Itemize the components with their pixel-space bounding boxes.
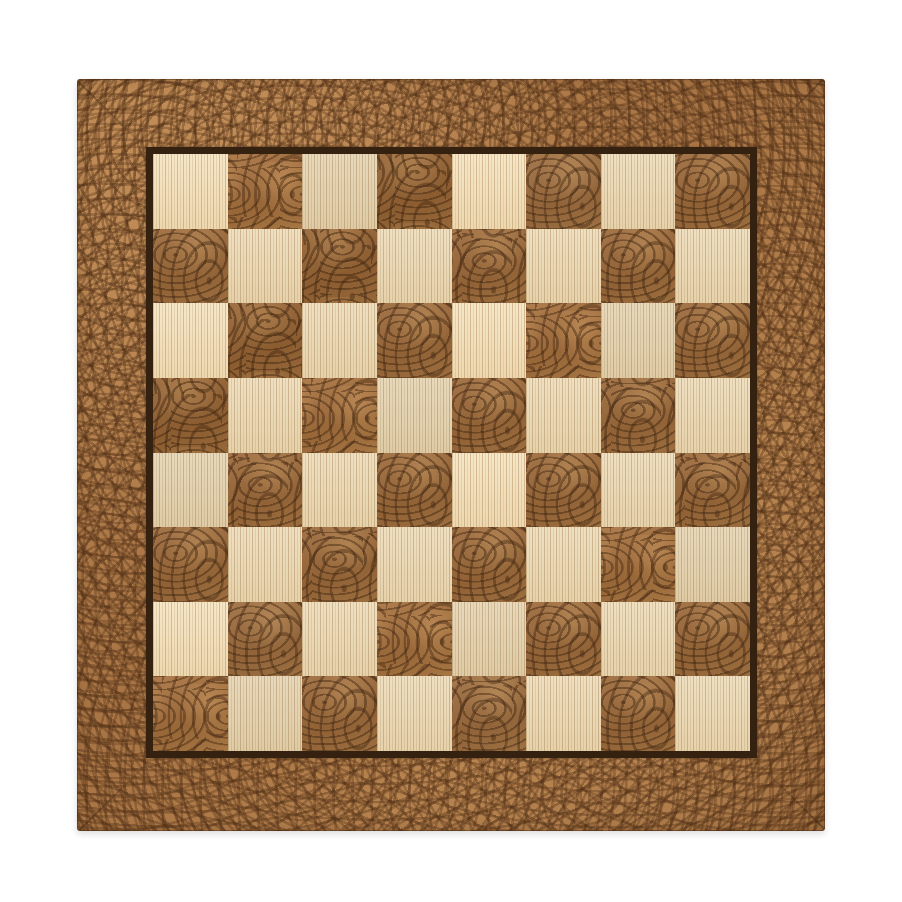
square-d8[interactable] (377, 154, 452, 229)
square-d3[interactable] (377, 527, 452, 602)
square-h4[interactable] (675, 453, 750, 528)
square-g1[interactable] (601, 676, 676, 751)
square-h2[interactable] (675, 602, 750, 677)
frame-mitre-seam (79, 760, 150, 830)
square-c7[interactable] (302, 229, 377, 304)
square-e8[interactable] (452, 154, 527, 229)
square-g2[interactable] (601, 602, 676, 677)
square-b2[interactable] (228, 602, 303, 677)
square-g6[interactable] (601, 303, 676, 378)
square-c1[interactable] (302, 676, 377, 751)
frame-mitre-seam (753, 759, 824, 829)
square-d7[interactable] (377, 229, 452, 304)
square-a5[interactable] (153, 378, 228, 453)
square-h5[interactable] (675, 378, 750, 453)
square-g4[interactable] (601, 453, 676, 528)
square-f5[interactable] (526, 378, 601, 453)
square-g3[interactable] (601, 527, 676, 602)
frame-mitre-seam (752, 80, 823, 150)
square-e1[interactable] (452, 676, 527, 751)
square-c2[interactable] (302, 602, 377, 677)
square-d1[interactable] (377, 676, 452, 751)
square-d6[interactable] (377, 303, 452, 378)
square-a7[interactable] (153, 229, 228, 304)
square-a6[interactable] (153, 303, 228, 378)
square-a4[interactable] (153, 453, 228, 528)
square-c5[interactable] (302, 378, 377, 453)
square-b5[interactable] (228, 378, 303, 453)
square-f1[interactable] (526, 676, 601, 751)
square-a8[interactable] (153, 154, 228, 229)
square-d5[interactable] (377, 378, 452, 453)
square-e3[interactable] (452, 527, 527, 602)
square-b8[interactable] (228, 154, 303, 229)
square-c3[interactable] (302, 527, 377, 602)
square-e4[interactable] (452, 453, 527, 528)
square-d4[interactable] (377, 453, 452, 528)
square-b3[interactable] (228, 527, 303, 602)
square-a2[interactable] (153, 602, 228, 677)
square-e7[interactable] (452, 229, 527, 304)
square-g8[interactable] (601, 154, 676, 229)
square-h7[interactable] (675, 229, 750, 304)
square-c8[interactable] (302, 154, 377, 229)
frame-mitre-seam (78, 81, 149, 151)
square-h6[interactable] (675, 303, 750, 378)
chess-board-frame (77, 79, 825, 831)
square-g7[interactable] (601, 229, 676, 304)
square-e6[interactable] (452, 303, 527, 378)
square-h1[interactable] (675, 676, 750, 751)
square-b4[interactable] (228, 453, 303, 528)
board-inner-border (146, 147, 757, 758)
square-b1[interactable] (228, 676, 303, 751)
square-c6[interactable] (302, 303, 377, 378)
square-f4[interactable] (526, 453, 601, 528)
square-d2[interactable] (377, 602, 452, 677)
square-f7[interactable] (526, 229, 601, 304)
square-f6[interactable] (526, 303, 601, 378)
square-c4[interactable] (302, 453, 377, 528)
square-f3[interactable] (526, 527, 601, 602)
board-photo (0, 0, 902, 902)
square-a3[interactable] (153, 527, 228, 602)
square-h3[interactable] (675, 527, 750, 602)
square-h8[interactable] (675, 154, 750, 229)
square-e5[interactable] (452, 378, 527, 453)
square-g5[interactable] (601, 378, 676, 453)
square-b6[interactable] (228, 303, 303, 378)
square-b7[interactable] (228, 229, 303, 304)
square-f2[interactable] (526, 602, 601, 677)
chess-board-grid (153, 154, 750, 751)
square-e2[interactable] (452, 602, 527, 677)
square-f8[interactable] (526, 154, 601, 229)
square-a1[interactable] (153, 676, 228, 751)
